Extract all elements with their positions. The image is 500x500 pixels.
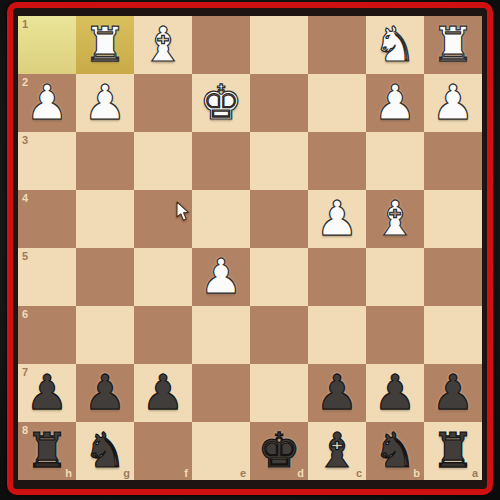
square-g3[interactable] [76, 132, 134, 190]
rank-label-1: 1 [22, 18, 28, 30]
piece-black-king[interactable]: ♚ [250, 422, 308, 480]
square-e2[interactable]: ♚ [192, 74, 250, 132]
chess-board: 1♜♝♞♜2♟♟♚♟♟34♟♝5♟67♟♟♟♟♟♟8h♜g♞fed♚c♝b♞a♜ [18, 16, 482, 480]
piece-white-pawn[interactable]: ♟ [18, 74, 76, 132]
square-a8[interactable]: a♜ [424, 422, 482, 480]
square-a4[interactable] [424, 190, 482, 248]
square-g7[interactable]: ♟ [76, 364, 134, 422]
square-c2[interactable] [308, 74, 366, 132]
square-f8[interactable]: f [134, 422, 192, 480]
square-f4[interactable] [134, 190, 192, 248]
square-e3[interactable] [192, 132, 250, 190]
piece-black-bishop[interactable]: ♝ [308, 422, 366, 480]
square-e7[interactable] [192, 364, 250, 422]
file-label-e: e [240, 467, 246, 479]
rank-label-6: 6 [22, 308, 28, 320]
square-b4[interactable]: ♝ [366, 190, 424, 248]
square-d2[interactable] [250, 74, 308, 132]
piece-white-rook[interactable]: ♜ [424, 16, 482, 74]
screenshot-stage: 1♜♝♞♜2♟♟♚♟♟34♟♝5♟67♟♟♟♟♟♟8h♜g♞fed♚c♝b♞a♜ [0, 0, 500, 500]
square-c6[interactable] [308, 306, 366, 364]
square-h4[interactable]: 4 [18, 190, 76, 248]
piece-black-rook[interactable]: ♜ [424, 422, 482, 480]
piece-white-pawn[interactable]: ♟ [424, 74, 482, 132]
square-d1[interactable] [250, 16, 308, 74]
square-f7[interactable]: ♟ [134, 364, 192, 422]
square-h7[interactable]: 7♟ [18, 364, 76, 422]
file-label-f: f [184, 467, 188, 479]
square-h3[interactable]: 3 [18, 132, 76, 190]
square-f1[interactable]: ♝ [134, 16, 192, 74]
square-h8[interactable]: 8h♜ [18, 422, 76, 480]
square-e5[interactable]: ♟ [192, 248, 250, 306]
rank-label-5: 5 [22, 250, 28, 262]
square-f6[interactable] [134, 306, 192, 364]
piece-white-rook[interactable]: ♜ [76, 16, 134, 74]
piece-white-pawn[interactable]: ♟ [366, 74, 424, 132]
square-g8[interactable]: g♞ [76, 422, 134, 480]
square-a6[interactable] [424, 306, 482, 364]
square-a2[interactable]: ♟ [424, 74, 482, 132]
square-g4[interactable] [76, 190, 134, 248]
square-c5[interactable] [308, 248, 366, 306]
piece-black-pawn[interactable]: ♟ [18, 364, 76, 422]
square-c1[interactable] [308, 16, 366, 74]
piece-black-knight[interactable]: ♞ [366, 422, 424, 480]
square-d6[interactable] [250, 306, 308, 364]
square-c8[interactable]: c♝ [308, 422, 366, 480]
square-b7[interactable]: ♟ [366, 364, 424, 422]
piece-black-pawn[interactable]: ♟ [366, 364, 424, 422]
square-g5[interactable] [76, 248, 134, 306]
piece-white-bishop[interactable]: ♝ [134, 16, 192, 74]
piece-white-king[interactable]: ♚ [192, 74, 250, 132]
square-e1[interactable] [192, 16, 250, 74]
square-e4[interactable] [192, 190, 250, 248]
square-d5[interactable] [250, 248, 308, 306]
piece-black-pawn[interactable]: ♟ [308, 364, 366, 422]
square-c7[interactable]: ♟ [308, 364, 366, 422]
square-g2[interactable]: ♟ [76, 74, 134, 132]
square-c3[interactable] [308, 132, 366, 190]
square-e6[interactable] [192, 306, 250, 364]
piece-white-pawn[interactable]: ♟ [192, 248, 250, 306]
square-a7[interactable]: ♟ [424, 364, 482, 422]
piece-white-pawn[interactable]: ♟ [76, 74, 134, 132]
square-h5[interactable]: 5 [18, 248, 76, 306]
piece-black-pawn[interactable]: ♟ [424, 364, 482, 422]
piece-white-pawn[interactable]: ♟ [308, 190, 366, 248]
square-d4[interactable] [250, 190, 308, 248]
square-d3[interactable] [250, 132, 308, 190]
piece-black-pawn[interactable]: ♟ [76, 364, 134, 422]
square-b5[interactable] [366, 248, 424, 306]
square-g1[interactable]: ♜ [76, 16, 134, 74]
square-c4[interactable]: ♟ [308, 190, 366, 248]
square-a1[interactable]: ♜ [424, 16, 482, 74]
piece-white-knight[interactable]: ♞ [366, 16, 424, 74]
square-b8[interactable]: b♞ [366, 422, 424, 480]
square-d7[interactable] [250, 364, 308, 422]
square-f5[interactable] [134, 248, 192, 306]
piece-black-knight[interactable]: ♞ [76, 422, 134, 480]
square-g6[interactable] [76, 306, 134, 364]
square-d8[interactable]: d♚ [250, 422, 308, 480]
square-f2[interactable] [134, 74, 192, 132]
square-f3[interactable] [134, 132, 192, 190]
piece-black-rook[interactable]: ♜ [18, 422, 76, 480]
square-b2[interactable]: ♟ [366, 74, 424, 132]
square-a3[interactable] [424, 132, 482, 190]
piece-black-pawn[interactable]: ♟ [134, 364, 192, 422]
square-b6[interactable] [366, 306, 424, 364]
rank-label-3: 3 [22, 134, 28, 146]
square-e8[interactable]: e [192, 422, 250, 480]
square-b1[interactable]: ♞ [366, 16, 424, 74]
square-h6[interactable]: 6 [18, 306, 76, 364]
square-h2[interactable]: 2♟ [18, 74, 76, 132]
square-h1[interactable]: 1 [18, 16, 76, 74]
square-b3[interactable] [366, 132, 424, 190]
rank-label-4: 4 [22, 192, 28, 204]
square-a5[interactable] [424, 248, 482, 306]
piece-white-bishop[interactable]: ♝ [366, 190, 424, 248]
